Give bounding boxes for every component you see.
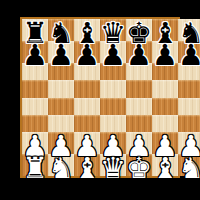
square-c8[interactable]: ♝ xyxy=(74,19,100,41)
square-a8[interactable]: ♜ xyxy=(22,19,48,41)
square-a5[interactable] xyxy=(22,80,48,97)
piece-white-rook: ♜ xyxy=(22,157,48,179)
square-e6[interactable] xyxy=(126,63,152,80)
square-b7[interactable]: ♟ xyxy=(48,41,74,63)
square-a3[interactable] xyxy=(22,115,48,132)
square-c7[interactable]: ♟ xyxy=(74,41,100,63)
square-d2[interactable]: ♟ xyxy=(100,132,126,154)
square-b5[interactable] xyxy=(48,80,74,97)
square-g5[interactable] xyxy=(178,80,200,97)
square-b6[interactable] xyxy=(48,63,74,80)
chess-board: ♜♞♝♛♚♝♞♜♟♟♟♟♟♟♟♟♟♟♟♟♟♟♟♟♜♞♝♛♚♝♞♜ xyxy=(20,17,180,178)
square-a6[interactable] xyxy=(22,63,48,80)
piece-white-bishop: ♝ xyxy=(152,157,178,179)
square-d1[interactable]: ♛ xyxy=(100,154,126,176)
square-g3[interactable] xyxy=(178,115,200,132)
square-g1[interactable]: ♞ xyxy=(178,154,200,176)
square-a2[interactable]: ♟ xyxy=(22,132,48,154)
square-a7[interactable]: ♟ xyxy=(22,41,48,63)
square-d4[interactable] xyxy=(100,98,126,115)
square-e5[interactable] xyxy=(126,80,152,97)
square-g6[interactable] xyxy=(178,63,200,80)
square-b1[interactable]: ♞ xyxy=(48,154,74,176)
square-g8[interactable]: ♞ xyxy=(178,19,200,41)
square-e1[interactable]: ♚ xyxy=(126,154,152,176)
piece-white-knight: ♞ xyxy=(48,157,74,179)
screen-background: ♜♞♝♛♚♝♞♜♟♟♟♟♟♟♟♟♟♟♟♟♟♟♟♟♜♞♝♛♚♝♞♜ xyxy=(0,0,200,200)
square-f4[interactable] xyxy=(152,98,178,115)
square-f1[interactable]: ♝ xyxy=(152,154,178,176)
square-a4[interactable] xyxy=(22,98,48,115)
square-c3[interactable] xyxy=(74,115,100,132)
piece-white-knight: ♞ xyxy=(178,157,200,179)
square-f2[interactable]: ♟ xyxy=(152,132,178,154)
square-f6[interactable] xyxy=(152,63,178,80)
piece-white-king: ♚ xyxy=(126,157,152,179)
square-e8[interactable]: ♚ xyxy=(126,19,152,41)
square-c4[interactable] xyxy=(74,98,100,115)
piece-white-queen: ♛ xyxy=(100,157,126,179)
square-d6[interactable] xyxy=(100,63,126,80)
square-a1[interactable]: ♜ xyxy=(22,154,48,176)
square-f8[interactable]: ♝ xyxy=(152,19,178,41)
square-d3[interactable] xyxy=(100,115,126,132)
square-b8[interactable]: ♞ xyxy=(48,19,74,41)
square-c1[interactable]: ♝ xyxy=(74,154,100,176)
square-f7[interactable]: ♟ xyxy=(152,41,178,63)
square-g7[interactable]: ♟ xyxy=(178,41,200,63)
square-d7[interactable]: ♟ xyxy=(100,41,126,63)
square-c6[interactable] xyxy=(74,63,100,80)
square-b4[interactable] xyxy=(48,98,74,115)
square-c2[interactable]: ♟ xyxy=(74,132,100,154)
square-e3[interactable] xyxy=(126,115,152,132)
square-e2[interactable]: ♟ xyxy=(126,132,152,154)
square-c5[interactable] xyxy=(74,80,100,97)
square-e4[interactable] xyxy=(126,98,152,115)
square-g4[interactable] xyxy=(178,98,200,115)
square-b2[interactable]: ♟ xyxy=(48,132,74,154)
piece-white-bishop: ♝ xyxy=(74,157,100,179)
square-f5[interactable] xyxy=(152,80,178,97)
square-d8[interactable]: ♛ xyxy=(100,19,126,41)
square-f3[interactable] xyxy=(152,115,178,132)
square-b3[interactable] xyxy=(48,115,74,132)
square-d5[interactable] xyxy=(100,80,126,97)
square-g2[interactable]: ♟ xyxy=(178,132,200,154)
square-e7[interactable]: ♟ xyxy=(126,41,152,63)
